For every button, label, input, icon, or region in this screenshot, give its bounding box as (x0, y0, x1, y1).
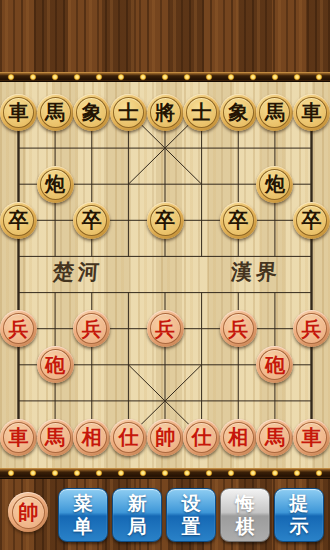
hint-button[interactable]: 提示 (274, 488, 324, 542)
piece-red-elephant[interactable]: 相 (73, 419, 110, 456)
menu-button[interactable]: 菜单 (58, 488, 108, 542)
piece-glyph: 炮 (259, 169, 290, 200)
new-game-button-label: 新局 (126, 492, 149, 538)
piece-glyph: 仕 (186, 422, 217, 453)
hint-button-label: 提示 (288, 492, 311, 538)
piece-glyph: 象 (223, 97, 254, 128)
piece-glyph: 士 (186, 97, 217, 128)
piece-black-soldier[interactable]: 卒 (293, 202, 330, 239)
undo-button-label: 悔棋 (234, 492, 257, 538)
piece-glyph: 兵 (76, 313, 107, 344)
piece-black-horse[interactable]: 馬 (37, 94, 74, 131)
piece-black-advisor[interactable]: 士 (110, 94, 147, 131)
piece-red-chariot[interactable]: 車 (293, 419, 330, 456)
piece-black-soldier[interactable]: 卒 (147, 202, 184, 239)
turn-indicator-piece: 帥 (8, 492, 48, 532)
piece-glyph: 馬 (40, 97, 71, 128)
piece-glyph: 仕 (113, 422, 144, 453)
settings-button[interactable]: 设置 (166, 488, 216, 542)
piece-glyph: 砲 (259, 349, 290, 380)
piece-red-advisor[interactable]: 仕 (110, 419, 147, 456)
piece-red-horse[interactable]: 馬 (37, 419, 74, 456)
piece-glyph: 兵 (150, 313, 181, 344)
turn-indicator-glyph: 帥 (12, 496, 45, 529)
piece-red-cannon[interactable]: 砲 (37, 346, 74, 383)
top-stud-rail (0, 72, 330, 82)
piece-glyph: 卒 (296, 205, 327, 236)
piece-red-soldier[interactable]: 兵 (293, 310, 330, 347)
piece-glyph: 炮 (40, 169, 71, 200)
piece-glyph: 帥 (150, 422, 181, 453)
piece-glyph: 卒 (3, 205, 34, 236)
river-label-left: 楚河 (52, 258, 104, 286)
piece-red-chariot[interactable]: 車 (0, 419, 37, 456)
piece-red-advisor[interactable]: 仕 (183, 419, 220, 456)
bottom-stud-rail (0, 468, 330, 479)
piece-black-horse[interactable]: 馬 (256, 94, 293, 131)
undo-button[interactable]: 悔棋 (220, 488, 270, 542)
piece-glyph: 馬 (259, 422, 290, 453)
piece-glyph: 車 (296, 422, 327, 453)
new-game-button[interactable]: 新局 (112, 488, 162, 542)
piece-glyph: 車 (3, 97, 34, 128)
piece-black-general[interactable]: 將 (147, 94, 184, 131)
piece-glyph: 兵 (3, 313, 34, 344)
piece-black-chariot[interactable]: 車 (293, 94, 330, 131)
piece-red-horse[interactable]: 馬 (256, 419, 293, 456)
piece-red-soldier[interactable]: 兵 (0, 310, 37, 347)
piece-glyph: 兵 (223, 313, 254, 344)
piece-glyph: 卒 (150, 205, 181, 236)
piece-red-elephant[interactable]: 相 (220, 419, 257, 456)
piece-glyph: 相 (76, 422, 107, 453)
piece-red-soldier[interactable]: 兵 (147, 310, 184, 347)
piece-glyph: 車 (3, 422, 34, 453)
piece-glyph: 象 (76, 97, 107, 128)
piece-black-cannon[interactable]: 炮 (256, 166, 293, 203)
piece-glyph: 卒 (223, 205, 254, 236)
settings-button-label: 设置 (180, 492, 203, 538)
piece-glyph: 馬 (259, 97, 290, 128)
xiangqi-board[interactable]: 楚河 漢界 車馬象士將士象馬車炮炮卒卒卒卒卒兵兵兵兵兵砲砲車馬相仕帥仕相馬車 (0, 82, 330, 468)
piece-black-soldier[interactable]: 卒 (73, 202, 110, 239)
piece-glyph: 兵 (296, 313, 327, 344)
piece-black-chariot[interactable]: 車 (0, 94, 37, 131)
piece-red-general[interactable]: 帥 (147, 419, 184, 456)
piece-black-elephant[interactable]: 象 (220, 94, 257, 131)
piece-black-soldier[interactable]: 卒 (220, 202, 257, 239)
piece-glyph: 卒 (76, 205, 107, 236)
river-label-right: 漢界 (230, 258, 282, 286)
toolbar-buttons: 菜单新局设置悔棋提示 (58, 488, 324, 542)
piece-red-soldier[interactable]: 兵 (220, 310, 257, 347)
piece-black-soldier[interactable]: 卒 (0, 202, 37, 239)
menu-button-label: 菜单 (72, 492, 95, 538)
top-wood-panel (0, 0, 330, 72)
piece-glyph: 馬 (40, 422, 71, 453)
piece-glyph: 將 (150, 97, 181, 128)
piece-glyph: 士 (113, 97, 144, 128)
piece-black-elephant[interactable]: 象 (73, 94, 110, 131)
piece-black-advisor[interactable]: 士 (183, 94, 220, 131)
piece-glyph: 車 (296, 97, 327, 128)
piece-glyph: 砲 (40, 349, 71, 380)
piece-glyph: 相 (223, 422, 254, 453)
piece-black-cannon[interactable]: 炮 (37, 166, 74, 203)
